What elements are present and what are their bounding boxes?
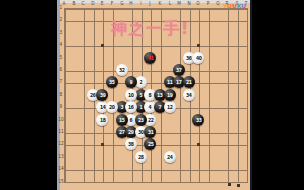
watermark-letter: U xyxy=(241,3,246,10)
move-number: 21 xyxy=(186,79,192,85)
move-number: 9 xyxy=(130,79,133,85)
video-frame: ABCDEFGHIJKLMNOPQRST 1234567891011121314… xyxy=(0,0,304,190)
move-number: 38 xyxy=(128,141,134,147)
stone-white-32-G6: 32 xyxy=(116,64,128,76)
move-number: 8 xyxy=(149,92,152,98)
stone-white-12-L9: 12 xyxy=(164,101,176,113)
move-number: 23 xyxy=(138,117,144,123)
move-number: 32 xyxy=(119,67,125,73)
move-number: 6 xyxy=(130,117,133,123)
move-number: 27 xyxy=(119,129,125,135)
move-number: 34 xyxy=(186,92,192,98)
stone-white-34-N8: 34 xyxy=(183,89,195,101)
corner-artifact-mark xyxy=(237,184,240,187)
move-number: 26 xyxy=(90,92,96,98)
move-number: 15 xyxy=(119,117,125,123)
stone-black-21-N7: 21 xyxy=(183,76,195,88)
stone-white-16-H9: 16 xyxy=(125,101,137,113)
move-number: 35 xyxy=(109,79,115,85)
move-number: 24 xyxy=(167,154,173,160)
stone-white-24-L13: 24 xyxy=(164,151,176,163)
stone-black-15-G10: 15 xyxy=(116,114,128,126)
move-number: 19 xyxy=(167,92,173,98)
stone-white-38-H12: 38 xyxy=(125,138,137,150)
stone-white-18-E10: 18 xyxy=(96,114,108,126)
move-number: 33 xyxy=(195,117,201,123)
stone-white-10-H8: 10 xyxy=(125,89,137,101)
move-number: 41 xyxy=(147,55,153,61)
move-number: 28 xyxy=(138,154,144,160)
stone-black-35-F7: 35 xyxy=(106,76,118,88)
stone-white-28-I13: 28 xyxy=(135,151,147,163)
stone-black-9-H7: 9 xyxy=(125,76,137,88)
move-number: 17 xyxy=(176,79,182,85)
stone-black-25-J12: 25 xyxy=(144,138,156,150)
stone-black-19-L8: 19 xyxy=(164,89,176,101)
move-number: 14 xyxy=(99,104,105,110)
move-number: 40 xyxy=(195,55,201,61)
move-number: 16 xyxy=(128,104,134,110)
move-number: 20 xyxy=(109,104,115,110)
move-number: 11 xyxy=(167,79,173,85)
move-number: 31 xyxy=(147,129,153,135)
stone-black-41-J5: 41 xyxy=(144,52,156,64)
move-number: 1 xyxy=(139,104,142,110)
stone-black-33-O10: 33 xyxy=(192,114,204,126)
move-number: 2 xyxy=(139,79,142,85)
video-area[interactable]: ABCDEFGHIJKLMNOPQRST 1234567891011121314… xyxy=(57,0,250,190)
stone-white-40-O5: 40 xyxy=(192,52,204,64)
move-number: 13 xyxy=(157,92,163,98)
move-number: 3 xyxy=(120,104,123,110)
move-number: 37 xyxy=(176,67,182,73)
move-number: 29 xyxy=(128,129,134,135)
move-number: 10 xyxy=(128,92,134,98)
move-number: 22 xyxy=(147,117,153,123)
corner-artifact-mark xyxy=(228,183,231,186)
move-number: 39 xyxy=(99,92,105,98)
title-overlay: 神之一手! xyxy=(111,19,190,40)
move-number: 18 xyxy=(99,117,105,123)
move-number: 7 xyxy=(158,104,161,110)
stone-black-31-J11: 31 xyxy=(144,126,156,138)
move-number: 36 xyxy=(186,55,192,61)
move-number: 25 xyxy=(147,141,153,147)
stone-black-39-E8: 39 xyxy=(96,89,108,101)
stone-white-20-F9: 20 xyxy=(106,101,118,113)
move-number: 4 xyxy=(149,104,152,110)
youku-watermark-logo: YOUKU xyxy=(222,3,246,10)
stone-black-37-M6: 37 xyxy=(173,64,185,76)
move-number: 30 xyxy=(138,129,144,135)
move-number: 12 xyxy=(167,104,173,110)
stone-black-23-I10: 23 xyxy=(135,114,147,126)
right-edge-line xyxy=(250,0,252,190)
move-number: 5 xyxy=(139,92,142,98)
